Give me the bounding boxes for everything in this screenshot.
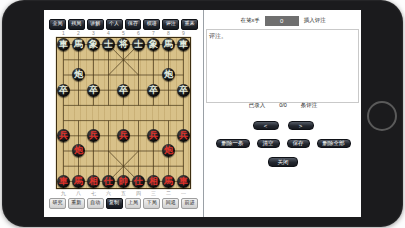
piece-black-炮[interactable]: 炮 <box>162 68 175 81</box>
action-button-3[interactable]: 保存 <box>287 139 310 148</box>
bottom-toolbar-button-7[interactable]: 回退 <box>162 198 179 209</box>
move-number-label: 在第x手 <box>240 17 259 24</box>
comment-actions: 删除一条清空保存删除全部 <box>205 139 361 148</box>
top-toolbar-button-8[interactable]: 重来 <box>181 19 198 30</box>
piece-black-車[interactable]: 車 <box>57 38 70 51</box>
piece-black-炮[interactable]: 炮 <box>72 68 85 81</box>
xiangqi-board[interactable]: 車馬象士将士象馬車炮炮卒卒卒卒卒兵兵兵兵兵炮炮車馬相仕帥仕相馬車 <box>56 37 191 189</box>
piece-black-卒[interactable]: 卒 <box>87 84 100 97</box>
coordinate-label: 三 <box>146 190 161 196</box>
piece-black-将[interactable]: 将 <box>117 38 130 51</box>
top-toolbar-button-7[interactable]: 评注 <box>162 19 179 30</box>
coordinate-label: 4 <box>101 30 116 36</box>
coordinate-label: 五 <box>116 190 131 196</box>
top-toolbar: 全局残局讲解个人保存棋谱评注重来 <box>49 19 198 28</box>
piece-red-兵[interactable]: 兵 <box>147 129 160 142</box>
insert-comment-button[interactable]: 插入评注 <box>304 17 326 24</box>
piece-black-卒[interactable]: 卒 <box>57 84 70 97</box>
bottom-toolbar-button-8[interactable]: 前进 <box>181 198 198 209</box>
comment-count: 0/0 <box>279 102 287 109</box>
action-button-1[interactable]: 删除一条 <box>216 139 250 148</box>
top-toolbar-button-4[interactable]: 个人 <box>106 19 123 30</box>
board-panel: 全局残局讲解个人保存棋谱评注重来 123456789 車馬象士将士象馬車炮炮卒卒… <box>44 10 203 217</box>
piece-red-兵[interactable]: 兵 <box>117 129 130 142</box>
action-button-2[interactable]: 清空 <box>257 139 280 148</box>
close-row: 关闭 <box>205 157 361 167</box>
coordinate-label: 3 <box>86 30 101 36</box>
bottom-toolbar-button-6[interactable]: 下局 <box>143 198 160 209</box>
piece-red-炮[interactable]: 炮 <box>72 144 85 157</box>
top-toolbar-button-2[interactable]: 残局 <box>68 19 85 30</box>
piece-red-帥[interactable]: 帥 <box>117 175 130 188</box>
top-toolbar-button-6[interactable]: 棋谱 <box>143 19 160 30</box>
coordinate-label: 8 <box>161 30 176 36</box>
annotation-header: 在第x手 0 插入评注 <box>205 14 361 27</box>
next-comment-button[interactable]: > <box>288 121 314 130</box>
comment-count-status: 已录入 0/0 条评注 <box>205 102 361 109</box>
comment-textarea[interactable]: 评注。 <box>206 29 359 103</box>
close-button[interactable]: 关闭 <box>268 157 298 167</box>
piece-red-炮[interactable]: 炮 <box>162 144 175 157</box>
board-bottom-coordinates: 九八七六五四三二一 <box>56 190 191 196</box>
coordinate-label: 7 <box>146 30 161 36</box>
coordinate-label: 六 <box>101 190 116 196</box>
top-toolbar-button-1[interactable]: 全局 <box>49 19 66 30</box>
coordinate-label: 6 <box>131 30 146 36</box>
piece-red-兵[interactable]: 兵 <box>57 129 70 142</box>
coordinate-label: 1 <box>56 30 71 36</box>
piece-red-兵[interactable]: 兵 <box>87 129 100 142</box>
coordinate-label: 八 <box>71 190 86 196</box>
coordinate-label: 九 <box>56 190 71 196</box>
piece-red-相[interactable]: 相 <box>147 175 160 188</box>
piece-red-仕[interactable]: 仕 <box>132 175 145 188</box>
piece-red-馬[interactable]: 馬 <box>162 175 175 188</box>
piece-red-相[interactable]: 相 <box>87 175 100 188</box>
coordinate-label: 9 <box>176 30 191 36</box>
coordinate-label: 一 <box>176 190 191 196</box>
bottom-toolbar: 研究重新自动复制上局下局回退前进 <box>49 198 198 207</box>
piece-red-車[interactable]: 車 <box>177 175 190 188</box>
annotation-panel: 在第x手 0 插入评注 评注。 已录入 0/0 条评注 < > 删除一条清空保存… <box>205 10 361 217</box>
piece-black-卒[interactable]: 卒 <box>147 84 160 97</box>
coordinate-label: 5 <box>116 30 131 36</box>
prev-comment-button[interactable]: < <box>253 121 279 130</box>
home-button[interactable] <box>367 101 397 131</box>
board-intersections: 車馬象士将士象馬車炮炮卒卒卒卒卒兵兵兵兵兵炮炮車馬相仕帥仕相馬車 <box>56 37 191 189</box>
piece-black-象[interactable]: 象 <box>147 38 160 51</box>
comment-nav: < > <box>205 121 361 130</box>
bottom-toolbar-button-3[interactable]: 自动 <box>87 198 104 209</box>
bottom-toolbar-button-1[interactable]: 研究 <box>49 198 66 209</box>
piece-black-卒[interactable]: 卒 <box>177 84 190 97</box>
piece-black-士[interactable]: 士 <box>132 38 145 51</box>
top-toolbar-button-3[interactable]: 讲解 <box>87 19 104 30</box>
piece-black-象[interactable]: 象 <box>87 38 100 51</box>
app-screen: 全局残局讲解个人保存棋谱评注重来 123456789 車馬象士将士象馬車炮炮卒卒… <box>44 10 361 217</box>
piece-black-馬[interactable]: 馬 <box>72 38 85 51</box>
piece-red-仕[interactable]: 仕 <box>102 175 115 188</box>
piece-black-卒[interactable]: 卒 <box>117 84 130 97</box>
move-number-input[interactable]: 0 <box>265 16 299 26</box>
comments-suffix-label: 条评注 <box>301 102 318 109</box>
piece-red-馬[interactable]: 馬 <box>72 175 85 188</box>
top-toolbar-button-5[interactable]: 保存 <box>125 19 142 30</box>
piece-black-士[interactable]: 士 <box>102 38 115 51</box>
piece-black-車[interactable]: 車 <box>177 38 190 51</box>
phone-frame: 全局残局讲解个人保存棋谱评注重来 123456789 車馬象士将士象馬車炮炮卒卒… <box>2 0 403 227</box>
piece-red-兵[interactable]: 兵 <box>177 129 190 142</box>
bottom-toolbar-button-2[interactable]: 重新 <box>68 198 85 209</box>
bottom-toolbar-button-5[interactable]: 上局 <box>125 198 142 209</box>
coordinate-label: 2 <box>71 30 86 36</box>
coordinate-label: 二 <box>161 190 176 196</box>
action-button-4[interactable]: 删除全部 <box>317 139 351 148</box>
bottom-toolbar-button-4[interactable]: 复制 <box>106 198 123 209</box>
board-top-coordinates: 123456789 <box>56 30 191 36</box>
piece-black-馬[interactable]: 馬 <box>162 38 175 51</box>
piece-red-車[interactable]: 車 <box>57 175 70 188</box>
coordinate-label: 七 <box>86 190 101 196</box>
coordinate-label: 四 <box>131 190 146 196</box>
panel-divider <box>203 10 204 217</box>
entered-label: 已录入 <box>249 102 266 109</box>
